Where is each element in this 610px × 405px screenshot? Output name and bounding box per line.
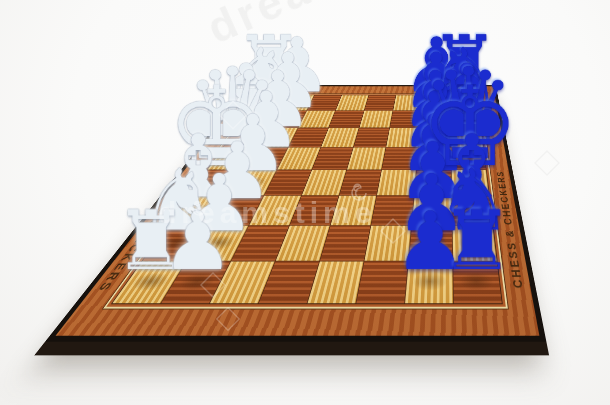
board-grid: ♜♟♟♜♞♟♟♞♝♟♟♝♛♟♟♛♚♟♟♚♝♟♟♝♞♟♟♞♜♟♟♜ (111, 95, 503, 304)
square-r1c4 (359, 111, 392, 128)
square-r4c4 (339, 170, 381, 195)
watermark-diamond-icon (532, 148, 562, 178)
square-r4c3 (302, 170, 346, 195)
square-r6c4 (320, 226, 370, 261)
square-r0c3 (336, 95, 369, 110)
frame-pinstripe: ♜♟♟♜♞♟♟♞♝♟♟♝♛♟♟♛♚♟♟♚♝♟♟♝♞♟♟♞♜♟♟♜ (102, 93, 509, 309)
square-r5c4 (331, 196, 377, 226)
chess-board: CHESS & CHECKERS CHESS & CHECKERS ♜♟♟♜♞♟… (45, 85, 546, 342)
square-r1c3 (329, 111, 364, 128)
board-scene: CHESS & CHECKERS CHESS & CHECKERS ♜♟♟♜♞♟… (181, 4, 512, 335)
stock-photo: CHESS & CHECKERS CHESS & CHECKERS ♜♟♟♜♞♟… (0, 0, 610, 405)
square-r3c4 (347, 148, 385, 170)
piece-white-pawn: ♟ (161, 201, 233, 281)
piece-blue-rook: ♜ (440, 200, 513, 282)
square-r7c7: ♜ (453, 261, 502, 303)
square-r2c4 (354, 128, 390, 147)
square-r2c3 (321, 128, 359, 147)
square-r0c4 (365, 95, 396, 110)
board-frame: CHESS & CHECKERS CHESS & CHECKERS ♜♟♟♜♞♟… (56, 86, 540, 336)
